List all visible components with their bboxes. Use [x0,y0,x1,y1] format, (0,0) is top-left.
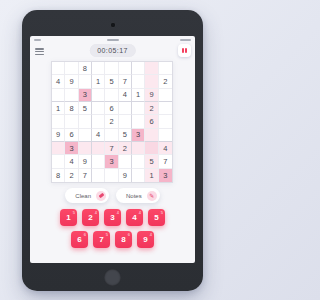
numpad-button-3[interactable]: 34 [104,209,121,226]
cell-r9c1[interactable]: 8 [52,169,65,182]
cell-r3c9[interactable] [159,89,172,102]
cell-r3c3[interactable]: 3 [79,89,92,102]
cell-r3c6[interactable]: 4 [119,89,132,102]
cell-r3c5[interactable] [105,89,118,102]
numpad-button-2[interactable]: 24 [82,209,99,226]
cell-r2c9[interactable]: 2 [159,75,172,88]
app-bar: 00:05:17 [30,44,195,59]
cell-r1c3[interactable]: 8 [79,62,92,75]
cell-r9c6[interactable]: 9 [119,169,132,182]
sudoku-board: 84915723419185622696453372449357827913 [51,61,173,183]
cell-r6c4[interactable]: 4 [92,129,105,142]
cell-r7c9[interactable]: 4 [159,142,172,155]
cell-r7c6[interactable]: 2 [119,142,132,155]
numpad-count: 4 [95,211,97,215]
clean-button[interactable]: Clean [65,188,109,203]
numpad-count: 4 [150,233,152,237]
pause-icon [185,48,187,53]
cell-r9c7[interactable] [132,169,145,182]
cell-r4c9[interactable] [159,102,172,115]
cell-r5c9[interactable] [159,115,172,128]
numpad-button-7[interactable]: 75 [93,231,110,248]
numpad-count: 6 [128,233,130,237]
camera-icon [111,23,115,27]
clean-button-label: Clean [75,193,91,199]
cell-r1c4[interactable] [92,62,105,75]
cell-r5c2[interactable] [65,115,78,128]
cell-r8c9[interactable]: 7 [159,155,172,168]
cell-r1c8[interactable] [145,62,158,75]
cell-r4c6[interactable] [119,102,132,115]
numpad-digit: 9 [143,235,147,244]
notes-button-label: Notes [126,193,142,199]
cell-r1c6[interactable] [119,62,132,75]
numpad-digit: 6 [77,235,81,244]
numpad-button-8[interactable]: 86 [115,231,132,248]
cell-r2c4[interactable]: 1 [92,75,105,88]
numpad-row-1: 1524344455 [30,209,195,226]
cell-r6c9[interactable] [159,129,172,142]
cell-r8c1[interactable] [52,155,65,168]
cell-r7c1[interactable] [52,142,65,155]
numpad-count: 6 [84,233,86,237]
cell-r6c6[interactable]: 5 [119,129,132,142]
cell-r4c3[interactable]: 5 [79,102,92,115]
cell-r3c8[interactable]: 9 [145,89,158,102]
numpad-digit: 2 [88,213,92,222]
status-time [107,39,119,42]
home-button[interactable] [104,269,121,286]
cell-r4c2[interactable]: 8 [65,102,78,115]
cell-r2c3[interactable] [79,75,92,88]
cell-r1c2[interactable] [65,62,78,75]
cell-r5c5[interactable]: 2 [105,115,118,128]
cell-r5c1[interactable] [52,115,65,128]
cell-r8c8[interactable]: 5 [145,155,158,168]
cell-r8c5[interactable]: 3 [105,155,118,168]
signal-icon [34,39,41,42]
cell-r9c8[interactable]: 1 [145,169,158,182]
cell-r5c3[interactable] [79,115,92,128]
cell-r4c1[interactable]: 1 [52,102,65,115]
numpad-button-1[interactable]: 15 [60,209,77,226]
cell-r1c1[interactable] [52,62,65,75]
cell-r9c3[interactable]: 7 [79,169,92,182]
cell-r1c5[interactable] [105,62,118,75]
pause-button[interactable] [178,44,191,57]
numpad-digit: 3 [110,213,114,222]
numpad-button-4[interactable]: 44 [126,209,143,226]
hamburger-menu-icon[interactable] [35,47,44,55]
cell-r8c7[interactable] [132,155,145,168]
numpad-count: 4 [117,211,119,215]
cell-r5c6[interactable] [119,115,132,128]
numpad-count: 5 [161,211,163,215]
eraser-icon [96,191,106,201]
cell-r6c8[interactable] [145,129,158,142]
numpad-count: 5 [106,233,108,237]
cell-r3c7[interactable]: 1 [132,89,145,102]
cell-r2c1[interactable]: 4 [52,75,65,88]
cell-r2c8[interactable] [145,75,158,88]
cell-r9c4[interactable] [92,169,105,182]
numpad-count: 5 [73,211,75,215]
cell-r8c6[interactable] [119,155,132,168]
numpad-button-6[interactable]: 66 [71,231,88,248]
cell-r1c9[interactable] [159,62,172,75]
cell-r5c4[interactable] [92,115,105,128]
cell-r2c7[interactable] [132,75,145,88]
cell-r7c5[interactable]: 7 [105,142,118,155]
cell-r9c2[interactable]: 2 [65,169,78,182]
numpad-button-5[interactable]: 55 [148,209,165,226]
cell-r2c6[interactable]: 7 [119,75,132,88]
battery-icon [180,39,191,42]
numpad-count: 4 [139,211,141,215]
cell-r6c3[interactable] [79,129,92,142]
cell-r2c5[interactable]: 5 [105,75,118,88]
cell-r7c4[interactable] [92,142,105,155]
numpad-digit: 4 [132,213,136,222]
cell-r4c8[interactable]: 2 [145,102,158,115]
cell-r1c7[interactable] [132,62,145,75]
cell-r3c4[interactable] [92,89,105,102]
numpad-digit: 8 [121,235,125,244]
cell-r6c7[interactable]: 3 [132,129,145,142]
cell-r7c3[interactable] [79,142,92,155]
notes-button[interactable]: Notes ✎ [116,188,160,203]
cell-r9c5[interactable] [105,169,118,182]
cell-r6c5[interactable] [105,129,118,142]
cell-r3c1[interactable] [52,89,65,102]
cell-r5c8[interactable]: 6 [145,115,158,128]
cell-r6c2[interactable]: 6 [65,129,78,142]
cell-r3c2[interactable] [65,89,78,102]
pencil-icon: ✎ [147,191,157,201]
cell-r5c7[interactable] [132,115,145,128]
tablet-frame: 00:05:17 8491572341918562269645337244935… [22,10,203,291]
numpad-row-2: 66758694 [30,231,195,248]
cell-r2c2[interactable]: 9 [65,75,78,88]
cell-r8c2[interactable]: 4 [65,155,78,168]
cell-r9c9[interactable]: 3 [159,169,172,182]
tool-row: Clean Notes ✎ [30,188,195,204]
cell-r7c7[interactable] [132,142,145,155]
cell-r4c4[interactable] [92,102,105,115]
cell-r8c3[interactable]: 9 [79,155,92,168]
pause-icon [182,48,184,53]
numpad-digit: 5 [154,213,158,222]
screen: 00:05:17 8491572341918562269645337244935… [30,36,195,263]
numpad-digit: 1 [66,213,70,222]
numpad-button-9[interactable]: 94 [137,231,154,248]
status-bar [30,36,195,43]
numpad-digit: 7 [99,235,103,244]
cell-r6c1[interactable]: 9 [52,129,65,142]
cell-r7c8[interactable] [145,142,158,155]
timer-display: 00:05:17 [89,44,135,57]
cell-r4c5[interactable]: 6 [105,102,118,115]
cell-r8c4[interactable] [92,155,105,168]
cell-r4c7[interactable] [132,102,145,115]
cell-r7c2[interactable]: 3 [65,142,78,155]
